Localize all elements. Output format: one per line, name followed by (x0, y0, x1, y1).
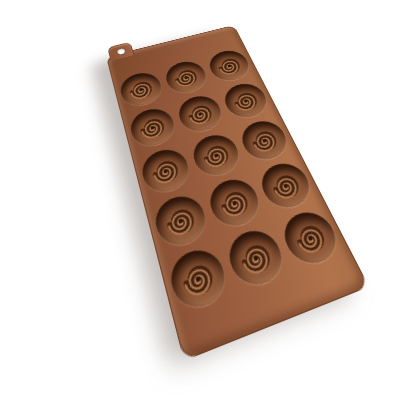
mold-cavity-r3c3 (236, 117, 293, 165)
rose-swirl-icon (127, 105, 179, 151)
rose-swirl-icon (220, 80, 273, 122)
rose-swirl-icon (236, 117, 293, 165)
product-photo (0, 0, 400, 400)
silicone-mold-tray (106, 25, 369, 361)
mold-cavity-r4c3 (255, 158, 317, 213)
mold-cavity-r1c3 (205, 47, 254, 84)
mold-cavity-r4c2 (204, 174, 265, 232)
mold-cavity-r3c1 (138, 145, 194, 198)
mold-cavity-r1c2 (162, 58, 210, 97)
rose-swirl-icon (151, 191, 211, 252)
cavity-grid (107, 26, 368, 359)
mold-cavity-r5c1 (166, 244, 232, 315)
mold-cavity-r2c2 (174, 92, 226, 136)
rose-swirl-icon (223, 225, 290, 292)
mold-cavity-r3c2 (188, 130, 244, 180)
rose-swirl-icon (162, 58, 210, 97)
rose-swirl-icon (166, 244, 232, 315)
mold-cavity-r5c2 (223, 225, 290, 292)
rose-swirl-icon (188, 130, 244, 180)
rose-swirl-icon (204, 174, 265, 232)
mold-cavity-r5c3 (277, 206, 344, 270)
mold-cavity-r2c1 (127, 105, 179, 151)
rose-swirl-icon (138, 145, 194, 198)
mold-cavity-r2c3 (220, 80, 273, 122)
mold-cavity-r4c1 (151, 191, 211, 252)
rose-swirl-icon (255, 158, 317, 213)
rose-swirl-icon (174, 92, 226, 136)
mold-cavity-r1c1 (117, 69, 165, 110)
rose-swirl-icon (117, 69, 165, 110)
rose-swirl-icon (277, 206, 344, 270)
rose-swirl-icon (205, 47, 254, 84)
